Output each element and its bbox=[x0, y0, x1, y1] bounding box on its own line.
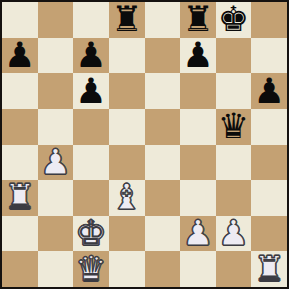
piece-black-queen[interactable]: ♛ bbox=[218, 109, 249, 144]
piece-black-pawn[interactable]: ♟ bbox=[75, 38, 106, 73]
square-b1[interactable] bbox=[38, 251, 74, 287]
square-c6[interactable]: ♟ bbox=[73, 73, 109, 109]
square-a5[interactable] bbox=[2, 109, 38, 145]
piece-white-rook[interactable]: ♜ bbox=[253, 252, 284, 287]
square-c8[interactable] bbox=[73, 2, 109, 38]
square-e8[interactable] bbox=[145, 2, 181, 38]
square-f2[interactable]: ♟ bbox=[180, 216, 216, 252]
square-f1[interactable] bbox=[180, 251, 216, 287]
square-a4[interactable] bbox=[2, 145, 38, 181]
square-c1[interactable]: ♛ bbox=[73, 251, 109, 287]
square-e1[interactable] bbox=[145, 251, 181, 287]
square-h8[interactable] bbox=[251, 2, 287, 38]
square-a3[interactable]: ♜ bbox=[2, 180, 38, 216]
square-h4[interactable] bbox=[251, 145, 287, 181]
square-b5[interactable] bbox=[38, 109, 74, 145]
square-d5[interactable] bbox=[109, 109, 145, 145]
square-b6[interactable] bbox=[38, 73, 74, 109]
square-c3[interactable] bbox=[73, 180, 109, 216]
square-d6[interactable] bbox=[109, 73, 145, 109]
square-e2[interactable] bbox=[145, 216, 181, 252]
square-b4[interactable]: ♟ bbox=[38, 145, 74, 181]
piece-black-pawn[interactable]: ♟ bbox=[253, 74, 284, 109]
square-c2[interactable]: ♚ bbox=[73, 216, 109, 252]
square-e3[interactable] bbox=[145, 180, 181, 216]
square-g2[interactable]: ♟ bbox=[216, 216, 252, 252]
square-g3[interactable] bbox=[216, 180, 252, 216]
square-f5[interactable] bbox=[180, 109, 216, 145]
square-e7[interactable] bbox=[145, 38, 181, 74]
square-c5[interactable] bbox=[73, 109, 109, 145]
piece-white-pawn[interactable]: ♟ bbox=[218, 216, 249, 251]
square-f8[interactable]: ♜ bbox=[180, 2, 216, 38]
square-f6[interactable] bbox=[180, 73, 216, 109]
square-g5[interactable]: ♛ bbox=[216, 109, 252, 145]
square-c4[interactable] bbox=[73, 145, 109, 181]
square-c7[interactable]: ♟ bbox=[73, 38, 109, 74]
piece-white-pawn[interactable]: ♟ bbox=[182, 216, 213, 251]
square-f7[interactable]: ♟ bbox=[180, 38, 216, 74]
piece-black-pawn[interactable]: ♟ bbox=[75, 74, 106, 109]
square-g6[interactable] bbox=[216, 73, 252, 109]
piece-white-pawn[interactable]: ♟ bbox=[40, 145, 71, 180]
square-e6[interactable] bbox=[145, 73, 181, 109]
square-d8[interactable]: ♜ bbox=[109, 2, 145, 38]
square-h5[interactable] bbox=[251, 109, 287, 145]
square-h3[interactable] bbox=[251, 180, 287, 216]
square-g7[interactable] bbox=[216, 38, 252, 74]
square-b8[interactable] bbox=[38, 2, 74, 38]
piece-white-rook[interactable]: ♜ bbox=[4, 180, 35, 215]
square-d4[interactable] bbox=[109, 145, 145, 181]
square-d1[interactable] bbox=[109, 251, 145, 287]
piece-white-queen[interactable]: ♛ bbox=[75, 252, 106, 287]
square-h7[interactable] bbox=[251, 38, 287, 74]
square-a1[interactable] bbox=[2, 251, 38, 287]
square-h1[interactable]: ♜ bbox=[251, 251, 287, 287]
square-g4[interactable] bbox=[216, 145, 252, 181]
piece-black-king[interactable]: ♚ bbox=[218, 2, 249, 37]
chess-board: ♜♜♚♟♟♟♟♟♛♟♜♝♚♟♟♛♜ bbox=[0, 0, 289, 289]
square-e4[interactable] bbox=[145, 145, 181, 181]
square-a2[interactable] bbox=[2, 216, 38, 252]
square-d3[interactable]: ♝ bbox=[109, 180, 145, 216]
square-b7[interactable] bbox=[38, 38, 74, 74]
piece-black-rook[interactable]: ♜ bbox=[111, 2, 142, 37]
piece-black-pawn[interactable]: ♟ bbox=[182, 38, 213, 73]
square-a6[interactable] bbox=[2, 73, 38, 109]
square-d7[interactable] bbox=[109, 38, 145, 74]
square-h6[interactable]: ♟ bbox=[251, 73, 287, 109]
square-g8[interactable]: ♚ bbox=[216, 2, 252, 38]
square-e5[interactable] bbox=[145, 109, 181, 145]
square-h2[interactable] bbox=[251, 216, 287, 252]
square-d2[interactable] bbox=[109, 216, 145, 252]
piece-black-rook[interactable]: ♜ bbox=[182, 2, 213, 37]
piece-white-bishop[interactable]: ♝ bbox=[111, 180, 142, 215]
square-b2[interactable] bbox=[38, 216, 74, 252]
square-f3[interactable] bbox=[180, 180, 216, 216]
piece-black-pawn[interactable]: ♟ bbox=[4, 38, 35, 73]
square-b3[interactable] bbox=[38, 180, 74, 216]
square-g1[interactable] bbox=[216, 251, 252, 287]
square-a7[interactable]: ♟ bbox=[2, 38, 38, 74]
square-f4[interactable] bbox=[180, 145, 216, 181]
piece-white-king[interactable]: ♚ bbox=[75, 216, 106, 251]
square-a8[interactable] bbox=[2, 2, 38, 38]
